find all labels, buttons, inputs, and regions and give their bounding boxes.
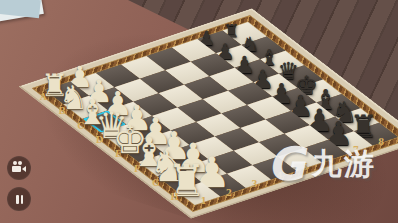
game-screen: ♜♞♝♛♚♝♞♜♟♟♟♟♟♟♟♟♟♟♟♟♟♟♟♟♜♞♝♛♚♝♞♜ ABCDEFG… bbox=[0, 0, 398, 223]
movie-camera-icon bbox=[13, 161, 17, 165]
papers-on-table bbox=[0, 0, 52, 26]
pause-button[interactable] bbox=[7, 187, 31, 211]
camera-view-button[interactable] bbox=[7, 156, 31, 180]
pause-icon bbox=[16, 195, 19, 204]
